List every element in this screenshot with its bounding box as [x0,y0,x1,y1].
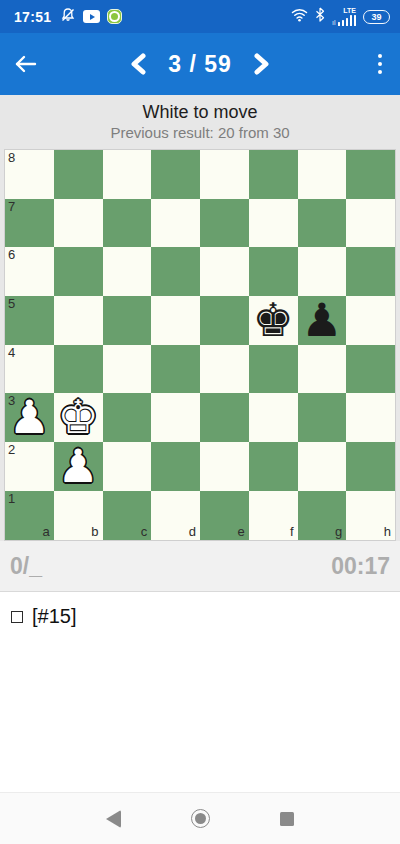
white-pawn[interactable]: ♟ [58,442,99,491]
square-d8[interactable] [151,150,200,199]
file-label-f: f [290,525,294,539]
square-h5[interactable] [346,296,395,345]
timer: 00:17 [331,553,390,580]
black-king[interactable]: ♚ [253,296,294,345]
square-g2[interactable] [298,442,347,491]
square-e8[interactable] [200,150,249,199]
square-d6[interactable] [151,247,200,296]
square-a7[interactable]: 7 [5,199,54,248]
square-e1[interactable]: e [200,491,249,540]
square-f6[interactable] [249,247,298,296]
square-a4[interactable]: 4 [5,345,54,394]
square-h6[interactable] [346,247,395,296]
square-f1[interactable]: f [249,491,298,540]
clock: 17:51 [14,9,51,25]
square-g1[interactable]: g [298,491,347,540]
notification-muted-icon [60,7,76,27]
mate-objective: [#15] [32,605,76,628]
square-a6[interactable]: 6 [5,247,54,296]
youtube-icon [83,10,100,23]
wifi-icon [291,8,308,26]
android-navigation-bar [0,792,400,844]
square-g6[interactable] [298,247,347,296]
square-e4[interactable] [200,345,249,394]
square-h4[interactable] [346,345,395,394]
square-b2[interactable]: ♟ [54,442,103,491]
task-line: [#15] [0,592,400,641]
cellular-signal-icon: LTE ıl [332,8,356,26]
empty-content-area [0,641,400,792]
white-to-move-square-icon [11,611,23,623]
square-f8[interactable] [249,150,298,199]
rank-label-4: 4 [8,346,15,360]
overflow-menu-button[interactable] [374,48,387,81]
square-a1[interactable]: 1a [5,491,54,540]
rank-label-7: 7 [8,200,15,214]
square-b8[interactable] [54,150,103,199]
file-label-g: g [335,525,342,539]
progress-strip: 0/_ 00:17 [0,541,400,592]
square-b1[interactable]: b [54,491,103,540]
app-header: 3 / 59 [0,33,400,95]
next-puzzle-button[interactable] [254,53,270,75]
file-label-d: d [189,525,196,539]
square-b3[interactable]: ♚ [54,393,103,442]
square-b4[interactable] [54,345,103,394]
square-e7[interactable] [200,199,249,248]
rank-label-1: 1 [8,492,15,506]
file-label-b: b [91,525,98,539]
square-h8[interactable] [346,150,395,199]
bluetooth-icon [315,7,325,26]
file-label-h: h [384,525,391,539]
square-h3[interactable] [346,393,395,442]
square-e3[interactable] [200,393,249,442]
moves-counter: 0/_ [10,553,42,580]
square-h1[interactable]: h [346,491,395,540]
square-b7[interactable] [54,199,103,248]
square-c5[interactable] [103,296,152,345]
previous-result: Previous result: 20 from 30 [0,123,400,143]
square-a5[interactable]: 5 [5,296,54,345]
rank-label-6: 6 [8,248,15,262]
square-e5[interactable] [200,296,249,345]
back-button[interactable] [14,54,38,74]
square-g8[interactable] [298,150,347,199]
android-recents-button[interactable] [280,812,294,826]
square-b6[interactable] [54,247,103,296]
previous-puzzle-button[interactable] [130,53,146,75]
file-label-e: e [238,525,245,539]
square-f7[interactable] [249,199,298,248]
status-bar: 17:51 LTE ıl [0,0,400,33]
file-label-c: c [141,525,148,539]
square-c6[interactable] [103,247,152,296]
square-b5[interactable] [54,296,103,345]
square-c7[interactable] [103,199,152,248]
square-f2[interactable] [249,442,298,491]
square-c1[interactable]: c [103,491,152,540]
square-e6[interactable] [200,247,249,296]
battery-indicator: 39 [363,10,390,24]
square-g3[interactable] [298,393,347,442]
square-d2[interactable] [151,442,200,491]
puzzle-info-band: White to move Previous result: 20 from 3… [0,95,400,147]
black-pawn[interactable]: ♟ [301,296,342,345]
square-c2[interactable] [103,442,152,491]
square-f4[interactable] [249,345,298,394]
square-d4[interactable] [151,345,200,394]
square-f5[interactable]: ♚ [249,296,298,345]
square-d1[interactable]: d [151,491,200,540]
square-c4[interactable] [103,345,152,394]
rank-label-5: 5 [8,297,15,311]
square-h7[interactable] [346,199,395,248]
turn-indicator: White to move [0,101,400,123]
white-king[interactable]: ♚ [58,393,99,442]
square-c8[interactable] [103,150,152,199]
square-g4[interactable] [298,345,347,394]
square-a8[interactable]: 8 [5,150,54,199]
android-back-button[interactable] [106,810,121,828]
board-area: 8765♚♟43♟♚2♟1abcdefgh [0,147,400,541]
square-d7[interactable] [151,199,200,248]
square-d3[interactable] [151,393,200,442]
rank-label-3: 3 [8,394,15,408]
square-e2[interactable] [200,442,249,491]
square-f3[interactable] [249,393,298,442]
square-a3[interactable]: 3♟ [5,393,54,442]
square-c3[interactable] [103,393,152,442]
square-d5[interactable] [151,296,200,345]
rank-label-8: 8 [8,151,15,165]
square-h2[interactable] [346,442,395,491]
file-label-a: a [43,525,50,539]
android-home-button[interactable] [191,809,210,828]
square-g7[interactable] [298,199,347,248]
app-notification-icon [107,9,122,24]
square-g5[interactable]: ♟ [298,296,347,345]
square-a2[interactable]: 2 [5,442,54,491]
puzzle-counter: 3 / 59 [168,51,232,78]
chess-board[interactable]: 8765♚♟43♟♚2♟1abcdefgh [4,149,396,541]
rank-label-2: 2 [8,443,15,457]
